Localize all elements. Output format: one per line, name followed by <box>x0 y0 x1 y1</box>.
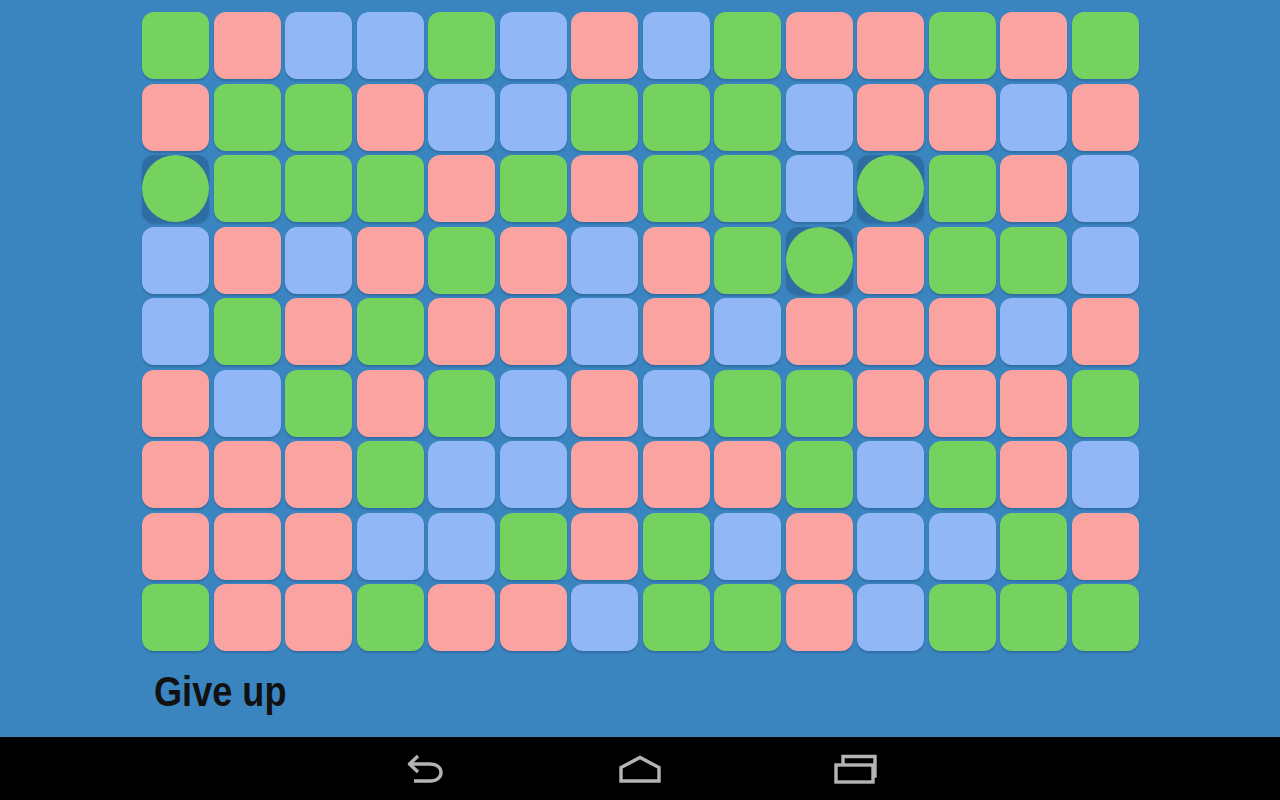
tile-pink[interactable] <box>214 441 281 508</box>
circle-piece <box>142 155 209 222</box>
tile-pink[interactable] <box>643 441 710 508</box>
tile-green[interactable] <box>1072 370 1139 437</box>
tile-pink[interactable] <box>142 513 209 580</box>
tile-blue[interactable] <box>1072 155 1139 222</box>
tile-pink[interactable] <box>428 155 495 222</box>
tile-blue[interactable] <box>500 12 567 79</box>
tile-green[interactable] <box>929 441 996 508</box>
tile-blue[interactable] <box>428 441 495 508</box>
tile-blue[interactable] <box>500 84 567 151</box>
tile-green[interactable] <box>929 12 996 79</box>
tile-green[interactable] <box>428 370 495 437</box>
tile-green[interactable] <box>1000 584 1067 651</box>
tile-pink[interactable] <box>428 584 495 651</box>
android-navbar <box>0 737 1280 800</box>
tile-green[interactable] <box>714 12 781 79</box>
tile-pink[interactable] <box>857 12 924 79</box>
tile-pink[interactable] <box>428 298 495 365</box>
tile-pink[interactable] <box>571 370 638 437</box>
tile-green[interactable] <box>643 84 710 151</box>
tile-green-circle[interactable] <box>857 155 924 222</box>
tile-pink[interactable] <box>1000 155 1067 222</box>
tile-green[interactable] <box>357 298 424 365</box>
tile-green[interactable] <box>285 155 352 222</box>
tile-pink[interactable] <box>357 370 424 437</box>
tile-pink[interactable] <box>857 370 924 437</box>
game-screen: Give up <box>0 0 1280 737</box>
tile-green[interactable] <box>786 441 853 508</box>
home-icon <box>617 754 663 784</box>
tile-green[interactable] <box>929 584 996 651</box>
tile-blue[interactable] <box>571 227 638 294</box>
tile-blue[interactable] <box>428 84 495 151</box>
tile-green[interactable] <box>786 370 853 437</box>
game-board <box>142 12 1139 651</box>
tile-pink[interactable] <box>857 84 924 151</box>
tile-pink[interactable] <box>1000 370 1067 437</box>
circle-piece <box>786 227 853 294</box>
tile-pink[interactable] <box>500 584 567 651</box>
tile-green[interactable] <box>643 155 710 222</box>
tile-pink[interactable] <box>786 12 853 79</box>
tile-blue[interactable] <box>786 84 853 151</box>
tile-pink[interactable] <box>857 298 924 365</box>
tile-pink[interactable] <box>929 370 996 437</box>
tile-green[interactable] <box>643 584 710 651</box>
tile-green[interactable] <box>285 84 352 151</box>
tile-blue[interactable] <box>1072 227 1139 294</box>
tile-pink[interactable] <box>1072 298 1139 365</box>
give-up-button[interactable]: Give up <box>154 668 286 716</box>
tile-pink[interactable] <box>714 441 781 508</box>
tile-pink[interactable] <box>285 513 352 580</box>
tile-pink[interactable] <box>214 584 281 651</box>
tile-pink[interactable] <box>142 441 209 508</box>
tile-green[interactable] <box>1000 227 1067 294</box>
tile-pink[interactable] <box>285 441 352 508</box>
tile-blue[interactable] <box>857 584 924 651</box>
tile-pink[interactable] <box>929 84 996 151</box>
tile-green[interactable] <box>1072 12 1139 79</box>
tile-pink[interactable] <box>214 513 281 580</box>
tile-pink[interactable] <box>786 298 853 365</box>
tile-pink[interactable] <box>929 298 996 365</box>
tile-green[interactable] <box>214 84 281 151</box>
tile-pink[interactable] <box>214 12 281 79</box>
tile-green[interactable] <box>714 227 781 294</box>
tile-green[interactable] <box>1072 584 1139 651</box>
home-button[interactable] <box>595 737 685 800</box>
tile-green[interactable] <box>428 12 495 79</box>
tile-green-circle[interactable] <box>142 155 209 222</box>
tile-green[interactable] <box>714 584 781 651</box>
tile-green[interactable] <box>357 155 424 222</box>
tile-pink[interactable] <box>643 298 710 365</box>
tile-blue[interactable] <box>857 441 924 508</box>
tile-blue[interactable] <box>714 298 781 365</box>
recents-button[interactable] <box>810 737 900 800</box>
tile-green[interactable] <box>929 155 996 222</box>
tile-green[interactable] <box>571 84 638 151</box>
tile-pink[interactable] <box>357 227 424 294</box>
tile-green[interactable] <box>142 584 209 651</box>
tile-green[interactable] <box>714 84 781 151</box>
tile-pink[interactable] <box>786 584 853 651</box>
tile-blue[interactable] <box>285 12 352 79</box>
back-button[interactable] <box>380 737 470 800</box>
tile-blue[interactable] <box>857 513 924 580</box>
tile-pink[interactable] <box>857 227 924 294</box>
tile-blue[interactable] <box>786 155 853 222</box>
tile-green[interactable] <box>428 227 495 294</box>
tile-pink[interactable] <box>500 227 567 294</box>
tile-blue[interactable] <box>643 12 710 79</box>
circle-piece <box>857 155 924 222</box>
tile-pink[interactable] <box>142 370 209 437</box>
tile-blue[interactable] <box>1000 84 1067 151</box>
tile-blue[interactable] <box>357 513 424 580</box>
tile-green[interactable] <box>357 441 424 508</box>
tile-pink[interactable] <box>357 84 424 151</box>
tile-green[interactable] <box>500 155 567 222</box>
tile-green[interactable] <box>285 370 352 437</box>
tile-green-circle[interactable] <box>786 227 853 294</box>
tile-pink[interactable] <box>1072 84 1139 151</box>
tile-green[interactable] <box>929 227 996 294</box>
tile-green[interactable] <box>643 513 710 580</box>
tile-pink[interactable] <box>285 584 352 651</box>
tile-pink[interactable] <box>214 227 281 294</box>
tile-pink[interactable] <box>571 155 638 222</box>
tile-pink[interactable] <box>285 298 352 365</box>
tile-blue[interactable] <box>571 584 638 651</box>
tile-blue[interactable] <box>142 298 209 365</box>
tile-blue[interactable] <box>1072 441 1139 508</box>
tile-pink[interactable] <box>571 441 638 508</box>
tile-blue[interactable] <box>214 370 281 437</box>
tile-pink[interactable] <box>1000 441 1067 508</box>
tile-pink[interactable] <box>142 84 209 151</box>
tile-blue[interactable] <box>142 227 209 294</box>
tile-green[interactable] <box>214 298 281 365</box>
tile-pink[interactable] <box>786 513 853 580</box>
tile-green[interactable] <box>714 370 781 437</box>
tile-blue[interactable] <box>643 370 710 437</box>
tile-green[interactable] <box>1000 513 1067 580</box>
tile-green[interactable] <box>500 513 567 580</box>
tile-blue[interactable] <box>357 12 424 79</box>
tile-blue[interactable] <box>929 513 996 580</box>
tile-pink[interactable] <box>1072 513 1139 580</box>
tile-pink[interactable] <box>571 513 638 580</box>
tile-pink[interactable] <box>643 227 710 294</box>
tile-pink[interactable] <box>571 12 638 79</box>
back-icon <box>405 754 445 784</box>
tile-blue[interactable] <box>500 370 567 437</box>
tile-green[interactable] <box>214 155 281 222</box>
tile-pink[interactable] <box>1000 12 1067 79</box>
tile-blue[interactable] <box>428 513 495 580</box>
tile-blue[interactable] <box>1000 298 1067 365</box>
recents-icon <box>833 753 877 785</box>
tile-blue[interactable] <box>285 227 352 294</box>
tile-green[interactable] <box>357 584 424 651</box>
tile-pink[interactable] <box>500 298 567 365</box>
tile-green[interactable] <box>714 155 781 222</box>
tile-blue[interactable] <box>571 298 638 365</box>
tile-blue[interactable] <box>500 441 567 508</box>
tile-green[interactable] <box>142 12 209 79</box>
tile-blue[interactable] <box>714 513 781 580</box>
